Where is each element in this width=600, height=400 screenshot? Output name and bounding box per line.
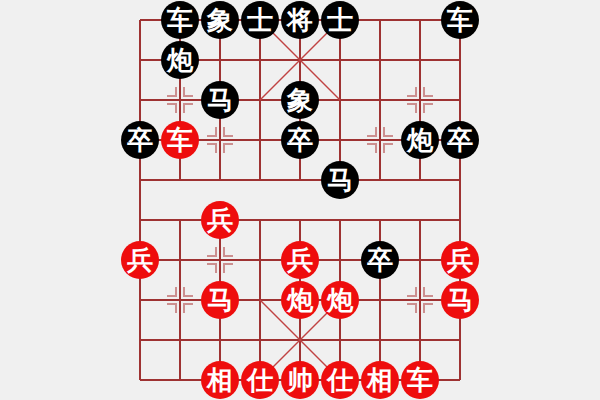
piece-black-advisor[interactable]: 士 [321, 1, 359, 39]
piece-red-horse[interactable]: 马 [441, 281, 479, 319]
piece-red-soldier[interactable]: 兵 [121, 241, 159, 279]
piece-black-rook[interactable]: 车 [441, 1, 479, 39]
piece-black-cannon[interactable]: 炮 [401, 121, 439, 159]
piece-red-soldier[interactable]: 兵 [441, 241, 479, 279]
piece-red-soldier[interactable]: 兵 [281, 241, 319, 279]
piece-red-advisor[interactable]: 仕 [321, 361, 359, 399]
piece-black-horse[interactable]: 马 [201, 81, 239, 119]
piece-red-horse[interactable]: 马 [201, 281, 239, 319]
piece-red-cannon[interactable]: 炮 [321, 281, 359, 319]
piece-black-cannon[interactable]: 炮 [161, 41, 199, 79]
piece-red-rook[interactable]: 车 [401, 361, 439, 399]
piece-red-general[interactable]: 帅 [281, 361, 319, 399]
piece-black-elephant[interactable]: 象 [281, 81, 319, 119]
piece-red-soldier[interactable]: 兵 [201, 201, 239, 239]
piece-black-soldier[interactable]: 卒 [281, 121, 319, 159]
piece-red-cannon[interactable]: 炮 [281, 281, 319, 319]
piece-red-advisor[interactable]: 仕 [241, 361, 279, 399]
piece-black-horse[interactable]: 马 [321, 161, 359, 199]
piece-red-rook[interactable]: 车 [161, 121, 199, 159]
pieces-layer: 车象士将士车炮马象卒车卒炮卒马兵兵兵卒兵马炮炮马相仕帅仕相车 [0, 0, 600, 400]
piece-black-soldier[interactable]: 卒 [441, 121, 479, 159]
piece-red-elephant[interactable]: 相 [361, 361, 399, 399]
piece-black-general[interactable]: 将 [281, 1, 319, 39]
piece-black-rook[interactable]: 车 [161, 1, 199, 39]
xiangqi-board: 车象士将士车炮马象卒车卒炮卒马兵兵兵卒兵马炮炮马相仕帅仕相车 [0, 0, 600, 400]
piece-black-elephant[interactable]: 象 [201, 1, 239, 39]
piece-black-soldier[interactable]: 卒 [121, 121, 159, 159]
piece-red-elephant[interactable]: 相 [201, 361, 239, 399]
piece-black-soldier[interactable]: 卒 [361, 241, 399, 279]
piece-black-advisor[interactable]: 士 [241, 1, 279, 39]
